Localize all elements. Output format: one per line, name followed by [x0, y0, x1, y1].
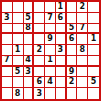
- sudoku-given-r3c8: 7: [77, 24, 88, 35]
- sudoku-cell-r6c9[interactable]: [88, 56, 99, 67]
- sudoku-given-r6c1: 7: [2, 56, 13, 67]
- sudoku-given-r3c3: 8: [24, 24, 35, 35]
- sudoku-cell-r8c2[interactable]: [13, 77, 24, 88]
- sudoku-given-r4c5: 9: [45, 34, 56, 45]
- sudoku-given-r2c3: 5: [24, 13, 35, 24]
- sudoku-cell-r4c4[interactable]: [34, 34, 45, 45]
- sudoku-cell-r7c6[interactable]: [56, 67, 67, 78]
- sudoku-cell-r5c1[interactable]: [2, 45, 13, 56]
- sudoku-cell-r7c8[interactable]: [77, 67, 88, 78]
- sudoku-cell-r2c8[interactable]: [77, 13, 88, 24]
- sudoku-cell-r9c6[interactable]: [56, 88, 67, 99]
- sudoku-cell-r7c5[interactable]: [45, 67, 56, 78]
- sudoku-cell-r3c5[interactable]: [45, 24, 56, 35]
- sudoku-cell-r8c8[interactable]: [77, 77, 88, 88]
- sudoku-cell-r7c4[interactable]: [34, 67, 45, 78]
- sudoku-cell-r4c1[interactable]: [2, 34, 13, 45]
- sudoku-cell-r5c5[interactable]: [45, 45, 56, 56]
- sudoku-given-r7c3: 3: [24, 67, 35, 78]
- sudoku-cell-r5c7[interactable]: [67, 45, 78, 56]
- sudoku-cell-r9c9[interactable]: [88, 88, 99, 99]
- sudoku-cell-r1c3[interactable]: [24, 2, 35, 13]
- sudoku-cell-r6c4[interactable]: [34, 56, 45, 67]
- sudoku-given-r2c1: 3: [2, 13, 13, 24]
- sudoku-cell-r9c8[interactable]: [77, 88, 88, 99]
- sudoku-cell-r3c9[interactable]: [88, 24, 99, 35]
- sudoku-given-r6c5: 1: [45, 56, 56, 67]
- sudoku-given-r6c3: 4: [24, 56, 35, 67]
- sudoku-cell-r8c3[interactable]: [24, 77, 35, 88]
- sudoku-cell-r9c1[interactable]: [2, 88, 13, 99]
- sudoku-cell-r4c6[interactable]: [56, 34, 67, 45]
- sudoku-cell-r2c9[interactable]: [88, 13, 99, 24]
- sudoku-cell-r8c6[interactable]: [56, 77, 67, 88]
- sudoku-given-r2c5: 7: [45, 13, 56, 24]
- sudoku-cell-r1c7[interactable]: [67, 2, 78, 13]
- sudoku-given-r7c2: 5: [13, 67, 24, 78]
- sudoku-cell-r6c2[interactable]: [13, 56, 24, 67]
- sudoku-cell-r4c3[interactable]: [24, 34, 35, 45]
- sudoku-cell-r5c9[interactable]: [88, 45, 99, 56]
- sudoku-cell-r1c2[interactable]: [13, 2, 24, 13]
- sudoku-cell-r7c1[interactable]: [2, 67, 13, 78]
- sudoku-cell-r3c6[interactable]: [56, 24, 67, 35]
- sudoku-given-r5c6: 3: [56, 45, 67, 56]
- sudoku-cell-r3c4[interactable]: [34, 24, 45, 35]
- sudoku-cell-r4c2[interactable]: [13, 34, 24, 45]
- sudoku-cell-r2c7[interactable]: [67, 13, 78, 24]
- sudoku-given-r8c4: 6: [34, 77, 45, 88]
- sudoku-given-r2c6: 6: [56, 13, 67, 24]
- sudoku-given-r8c7: 2: [67, 77, 78, 88]
- sudoku-given-r5c2: 1: [13, 45, 24, 56]
- sudoku-given-r9c2: 8: [13, 88, 24, 99]
- sudoku-given-r4c7: 6: [67, 34, 78, 45]
- sudoku-cell-r8c1[interactable]: [2, 77, 13, 88]
- sudoku-cell-r1c1[interactable]: [2, 2, 13, 13]
- sudoku-cell-r6c6[interactable]: [56, 56, 67, 67]
- sudoku-cell-r2c4[interactable]: [34, 13, 45, 24]
- sudoku-cell-r4c8[interactable]: [77, 34, 88, 45]
- sudoku-given-r1c8: 2: [77, 2, 88, 13]
- sudoku-cell-r2c2[interactable]: [13, 13, 24, 24]
- sudoku-given-r4c9: 1: [88, 34, 99, 45]
- sudoku-cell-r3c2[interactable]: [13, 24, 24, 35]
- sudoku-cell-r6c8[interactable]: [77, 56, 88, 67]
- sudoku-given-r8c5: 4: [45, 77, 56, 88]
- sudoku-cell-r9c7[interactable]: [67, 88, 78, 99]
- sudoku-given-r1c6: 1: [56, 2, 67, 13]
- sudoku-board: 1235768579611238741539642583: [0, 0, 101, 101]
- sudoku-cell-r1c5[interactable]: [45, 2, 56, 13]
- sudoku-cell-r7c9[interactable]: [88, 67, 99, 78]
- sudoku-given-r9c4: 3: [34, 88, 45, 99]
- sudoku-cell-r1c4[interactable]: [34, 2, 45, 13]
- sudoku-cell-r1c9[interactable]: [88, 2, 99, 13]
- sudoku-cell-r9c3[interactable]: [24, 88, 35, 99]
- sudoku-cell-r3c1[interactable]: [2, 24, 13, 35]
- sudoku-given-r5c8: 8: [77, 45, 88, 56]
- sudoku-cell-r6c7[interactable]: [67, 56, 78, 67]
- sudoku-given-r7c7: 9: [67, 67, 78, 78]
- sudoku-given-r5c4: 2: [34, 45, 45, 56]
- sudoku-cell-r5c3[interactable]: [24, 45, 35, 56]
- sudoku-given-r8c9: 5: [88, 77, 99, 88]
- sudoku-cell-r9c5[interactable]: [45, 88, 56, 99]
- sudoku-given-r3c7: 5: [67, 24, 78, 35]
